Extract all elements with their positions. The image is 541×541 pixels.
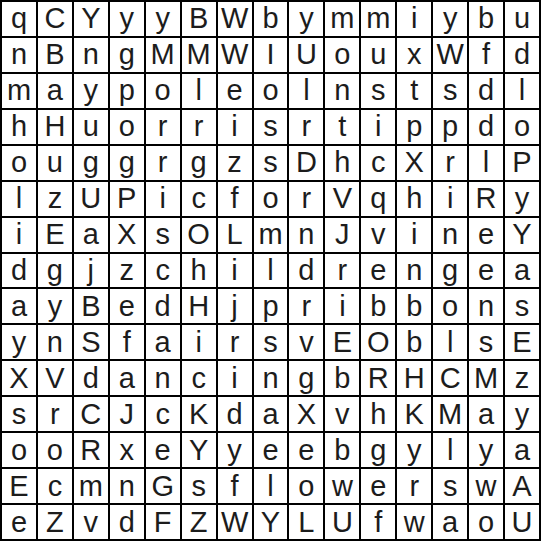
grid-cell[interactable]: E — [2, 469, 36, 503]
grid-cell[interactable]: a — [38, 74, 72, 108]
grid-cell[interactable]: g — [433, 254, 467, 288]
grid-cell[interactable]: o — [254, 74, 288, 108]
grid-cell[interactable]: f — [361, 505, 395, 539]
grid-cell[interactable]: p — [433, 110, 467, 144]
grid-cell[interactable]: n — [254, 361, 288, 395]
grid-cell[interactable]: i — [218, 110, 252, 144]
grid-cell[interactable]: l — [433, 325, 467, 359]
grid-cell[interactable]: o — [2, 146, 36, 180]
grid-cell[interactable]: f — [218, 469, 252, 503]
grid-cell[interactable]: g — [361, 433, 395, 467]
grid-cell[interactable]: n — [397, 254, 431, 288]
grid-cell[interactable]: s — [254, 110, 288, 144]
grid-cell[interactable]: b — [397, 289, 431, 323]
grid-cell[interactable]: f — [110, 325, 144, 359]
grid-cell[interactable]: P — [505, 146, 539, 180]
grid-cell[interactable]: n — [2, 38, 36, 72]
grid-cell[interactable]: r — [146, 110, 180, 144]
grid-cell[interactable]: r — [325, 254, 359, 288]
grid-cell[interactable]: g — [110, 146, 144, 180]
grid-cell[interactable]: w — [325, 469, 359, 503]
grid-cell[interactable]: c — [38, 469, 72, 503]
grid-cell[interactable]: M — [469, 361, 503, 395]
grid-cell[interactable]: R — [74, 433, 108, 467]
grid-cell[interactable]: Y — [182, 433, 216, 467]
grid-cell[interactable]: v — [325, 397, 359, 431]
grid-cell[interactable]: b — [254, 2, 288, 36]
grid-cell[interactable]: b — [361, 289, 395, 323]
grid-cell[interactable]: H — [182, 289, 216, 323]
grid-cell[interactable]: F — [146, 505, 180, 539]
grid-cell[interactable]: R — [469, 182, 503, 216]
grid-cell[interactable]: X — [2, 361, 36, 395]
grid-cell[interactable]: e — [361, 469, 395, 503]
grid-cell[interactable]: o — [110, 110, 144, 144]
grid-cell[interactable]: p — [254, 289, 288, 323]
grid-cell[interactable]: a — [110, 361, 144, 395]
grid-cell[interactable]: i — [433, 182, 467, 216]
grid-cell[interactable]: B — [182, 2, 216, 36]
grid-cell[interactable]: h — [397, 182, 431, 216]
grid-cell[interactable]: r — [289, 110, 323, 144]
grid-cell[interactable]: y — [433, 2, 467, 36]
grid-cell[interactable]: U — [289, 38, 323, 72]
grid-cell[interactable]: e — [289, 433, 323, 467]
grid-cell[interactable]: d — [146, 289, 180, 323]
grid-cell[interactable]: o — [254, 182, 288, 216]
grid-cell[interactable]: V — [325, 182, 359, 216]
grid-cell[interactable]: b — [325, 433, 359, 467]
grid-cell[interactable]: s — [469, 325, 503, 359]
grid-cell[interactable]: m — [325, 2, 359, 36]
grid-cell[interactable]: C — [74, 397, 108, 431]
grid-cell[interactable]: C — [433, 361, 467, 395]
grid-cell[interactable]: Z — [38, 505, 72, 539]
grid-cell[interactable]: z — [38, 182, 72, 216]
grid-cell[interactable]: y — [289, 2, 323, 36]
grid-cell[interactable]: d — [469, 74, 503, 108]
grid-cell[interactable]: Y — [254, 505, 288, 539]
grid-cell[interactable]: s — [254, 146, 288, 180]
grid-cell[interactable]: m — [361, 2, 395, 36]
grid-cell[interactable]: O — [182, 218, 216, 252]
grid-cell[interactable]: i — [218, 254, 252, 288]
grid-cell[interactable]: a — [254, 397, 288, 431]
grid-cell[interactable]: s — [146, 218, 180, 252]
grid-cell[interactable]: z — [110, 254, 144, 288]
grid-cell[interactable]: z — [505, 361, 539, 395]
grid-cell[interactable]: r — [433, 146, 467, 180]
grid-cell[interactable]: e — [469, 254, 503, 288]
grid-cell[interactable]: y — [110, 2, 144, 36]
grid-cell[interactable]: y — [505, 397, 539, 431]
grid-cell[interactable]: r — [289, 289, 323, 323]
grid-cell[interactable]: n — [38, 325, 72, 359]
grid-cell[interactable]: G — [146, 469, 180, 503]
grid-cell[interactable]: a — [146, 325, 180, 359]
grid-cell[interactable]: h — [182, 254, 216, 288]
grid-cell[interactable]: r — [289, 182, 323, 216]
grid-cell[interactable]: e — [218, 74, 252, 108]
grid-cell[interactable]: u — [38, 146, 72, 180]
grid-cell[interactable]: i — [182, 325, 216, 359]
grid-cell[interactable]: r — [397, 469, 431, 503]
grid-cell[interactable]: E — [325, 325, 359, 359]
grid-cell[interactable]: r — [182, 110, 216, 144]
grid-cell[interactable]: m — [74, 469, 108, 503]
grid-cell[interactable]: j — [218, 289, 252, 323]
grid-cell[interactable]: v — [289, 325, 323, 359]
grid-cell[interactable]: b — [325, 361, 359, 395]
grid-cell[interactable]: m — [254, 218, 288, 252]
grid-cell[interactable]: y — [397, 433, 431, 467]
grid-cell[interactable]: g — [110, 38, 144, 72]
grid-cell[interactable]: p — [397, 110, 431, 144]
grid-cell[interactable]: C — [38, 2, 72, 36]
grid-cell[interactable]: o — [469, 505, 503, 539]
grid-cell[interactable]: n — [146, 361, 180, 395]
grid-cell[interactable]: q — [361, 182, 395, 216]
grid-cell[interactable]: M — [433, 397, 467, 431]
grid-cell[interactable]: o — [433, 289, 467, 323]
grid-cell[interactable]: u — [74, 110, 108, 144]
grid-cell[interactable]: i — [397, 218, 431, 252]
grid-cell[interactable]: U — [505, 505, 539, 539]
grid-cell[interactable]: a — [74, 218, 108, 252]
grid-cell[interactable]: o — [289, 469, 323, 503]
grid-cell[interactable]: s — [433, 469, 467, 503]
grid-cell[interactable]: i — [325, 289, 359, 323]
grid-cell[interactable]: d — [2, 254, 36, 288]
grid-cell[interactable]: i — [146, 182, 180, 216]
grid-cell[interactable]: D — [289, 146, 323, 180]
grid-cell[interactable]: Y — [505, 218, 539, 252]
grid-cell[interactable]: a — [505, 254, 539, 288]
grid-cell[interactable]: n — [469, 289, 503, 323]
grid-cell[interactable]: U — [74, 182, 108, 216]
grid-cell[interactable]: h — [325, 146, 359, 180]
grid-cell[interactable]: K — [182, 397, 216, 431]
grid-cell[interactable]: s — [254, 325, 288, 359]
grid-cell[interactable]: H — [397, 361, 431, 395]
grid-cell[interactable]: e — [110, 289, 144, 323]
grid-cell[interactable]: l — [505, 74, 539, 108]
grid-cell[interactable]: g — [182, 146, 216, 180]
grid-cell[interactable]: I — [254, 38, 288, 72]
grid-cell[interactable]: t — [397, 74, 431, 108]
grid-cell[interactable]: c — [361, 146, 395, 180]
grid-cell[interactable]: n — [110, 469, 144, 503]
grid-cell[interactable]: o — [505, 110, 539, 144]
grid-cell[interactable]: B — [74, 289, 108, 323]
grid-cell[interactable]: y — [469, 433, 503, 467]
grid-cell[interactable]: g — [289, 361, 323, 395]
grid-cell[interactable]: d — [469, 110, 503, 144]
grid-cell[interactable]: O — [361, 325, 395, 359]
grid-cell[interactable]: d — [110, 505, 144, 539]
grid-cell[interactable]: l — [469, 146, 503, 180]
grid-cell[interactable]: X — [110, 218, 144, 252]
grid-cell[interactable]: a — [2, 289, 36, 323]
grid-cell[interactable]: d — [289, 254, 323, 288]
grid-cell[interactable]: l — [254, 254, 288, 288]
grid-cell[interactable]: y — [2, 325, 36, 359]
grid-cell[interactable]: w — [469, 469, 503, 503]
grid-cell[interactable]: W — [218, 505, 252, 539]
grid-cell[interactable]: W — [218, 2, 252, 36]
grid-cell[interactable]: y — [505, 182, 539, 216]
grid-cell[interactable]: o — [146, 74, 180, 108]
grid-cell[interactable]: c — [146, 397, 180, 431]
grid-cell[interactable]: e — [361, 254, 395, 288]
grid-cell[interactable]: y — [38, 289, 72, 323]
grid-cell[interactable]: e — [2, 505, 36, 539]
grid-cell[interactable]: W — [433, 38, 467, 72]
grid-cell[interactable]: m — [2, 74, 36, 108]
grid-cell[interactable]: A — [505, 469, 539, 503]
grid-cell[interactable]: s — [2, 397, 36, 431]
grid-cell[interactable]: n — [325, 74, 359, 108]
grid-cell[interactable]: E — [38, 218, 72, 252]
grid-cell[interactable]: f — [469, 38, 503, 72]
grid-cell[interactable]: c — [182, 361, 216, 395]
grid-cell[interactable]: e — [469, 218, 503, 252]
grid-cell[interactable]: s — [361, 74, 395, 108]
grid-cell[interactable]: x — [397, 38, 431, 72]
grid-cell[interactable]: c — [146, 254, 180, 288]
grid-cell[interactable]: i — [397, 2, 431, 36]
grid-cell[interactable]: s — [505, 289, 539, 323]
grid-cell[interactable]: n — [74, 38, 108, 72]
grid-cell[interactable]: g — [74, 146, 108, 180]
grid-cell[interactable]: o — [2, 433, 36, 467]
grid-cell[interactable]: B — [38, 38, 72, 72]
grid-cell[interactable]: y — [74, 74, 108, 108]
grid-cell[interactable]: c — [182, 182, 216, 216]
grid-cell[interactable]: o — [38, 433, 72, 467]
grid-cell[interactable]: q — [2, 2, 36, 36]
grid-cell[interactable]: x — [110, 433, 144, 467]
grid-cell[interactable]: p — [110, 74, 144, 108]
grid-cell[interactable]: y — [218, 433, 252, 467]
grid-cell[interactable]: L — [218, 218, 252, 252]
grid-cell[interactable]: J — [325, 218, 359, 252]
grid-cell[interactable]: l — [289, 74, 323, 108]
grid-cell[interactable]: M — [182, 38, 216, 72]
grid-cell[interactable]: e — [146, 433, 180, 467]
grid-cell[interactable]: h — [2, 110, 36, 144]
grid-cell[interactable]: l — [433, 433, 467, 467]
grid-cell[interactable]: n — [289, 218, 323, 252]
grid-cell[interactable]: b — [469, 2, 503, 36]
grid-cell[interactable]: u — [361, 38, 395, 72]
grid-cell[interactable]: d — [74, 361, 108, 395]
grid-cell[interactable]: i — [361, 110, 395, 144]
grid-cell[interactable]: h — [361, 397, 395, 431]
grid-cell[interactable]: i — [218, 361, 252, 395]
grid-cell[interactable]: a — [469, 397, 503, 431]
grid-cell[interactable]: K — [397, 397, 431, 431]
grid-cell[interactable]: o — [325, 38, 359, 72]
grid-cell[interactable]: Y — [74, 2, 108, 36]
grid-cell[interactable]: M — [146, 38, 180, 72]
grid-cell[interactable]: V — [38, 361, 72, 395]
grid-cell[interactable]: j — [74, 254, 108, 288]
grid-cell[interactable]: W — [218, 38, 252, 72]
grid-cell[interactable]: a — [433, 505, 467, 539]
grid-cell[interactable]: E — [505, 325, 539, 359]
grid-cell[interactable]: z — [218, 146, 252, 180]
grid-cell[interactable]: X — [397, 146, 431, 180]
grid-cell[interactable]: e — [254, 433, 288, 467]
grid-cell[interactable]: w — [397, 505, 431, 539]
grid-cell[interactable]: R — [361, 361, 395, 395]
grid-cell[interactable]: J — [110, 397, 144, 431]
grid-cell[interactable]: L — [289, 505, 323, 539]
grid-cell[interactable]: X — [289, 397, 323, 431]
grid-cell[interactable]: r — [38, 397, 72, 431]
grid-cell[interactable]: s — [433, 74, 467, 108]
grid-cell[interactable]: v — [361, 218, 395, 252]
grid-cell[interactable]: a — [505, 433, 539, 467]
grid-cell[interactable]: U — [325, 505, 359, 539]
grid-cell[interactable]: u — [505, 2, 539, 36]
grid-cell[interactable]: l — [254, 469, 288, 503]
grid-cell[interactable]: b — [397, 325, 431, 359]
grid-cell[interactable]: Z — [182, 505, 216, 539]
grid-cell[interactable]: y — [146, 2, 180, 36]
word-search-board: qCYyyBWbymmiybunBngMMWIUouxWfdmaypoleoln… — [0, 0, 541, 541]
grid-cell[interactable]: d — [218, 397, 252, 431]
grid-cell[interactable]: l — [2, 182, 36, 216]
grid-cell[interactable]: s — [182, 469, 216, 503]
grid-cell[interactable]: P — [110, 182, 144, 216]
grid-cell[interactable]: d — [505, 38, 539, 72]
grid-cell[interactable]: r — [218, 325, 252, 359]
grid-cell[interactable]: t — [325, 110, 359, 144]
grid-cell[interactable]: i — [2, 218, 36, 252]
grid-cell[interactable]: r — [146, 146, 180, 180]
grid-cell[interactable]: g — [38, 254, 72, 288]
grid-cell[interactable]: f — [218, 182, 252, 216]
grid-cell[interactable]: H — [38, 110, 72, 144]
grid-cell[interactable]: n — [433, 218, 467, 252]
grid-cell[interactable]: v — [74, 505, 108, 539]
grid-cell[interactable]: l — [182, 74, 216, 108]
grid-cell[interactable]: S — [74, 325, 108, 359]
